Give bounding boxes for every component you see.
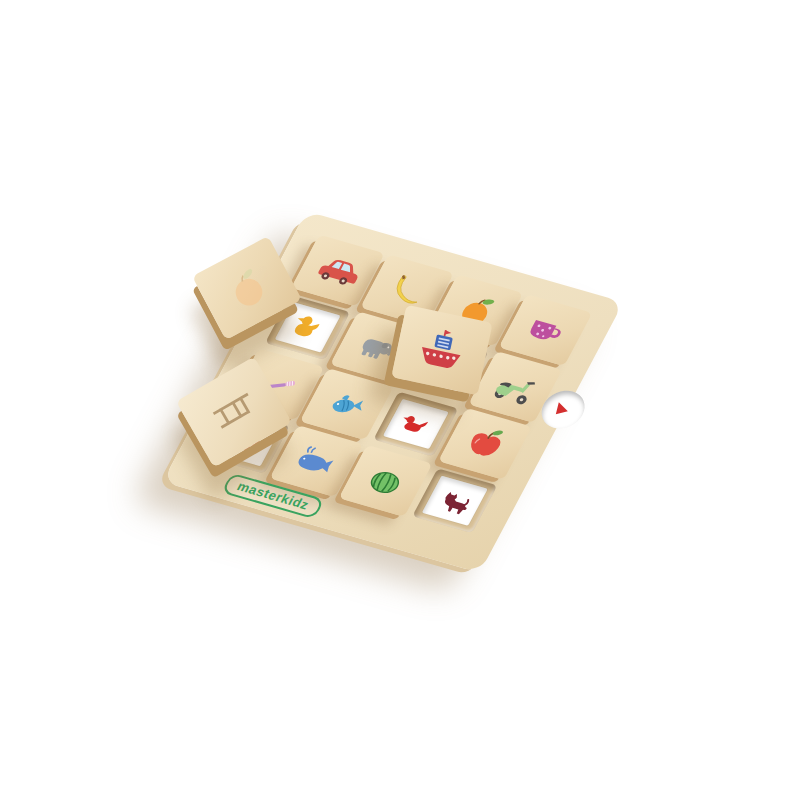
red-bird-icon — [388, 403, 444, 446]
apple-icon — [450, 417, 519, 470]
cell-r3c2 — [304, 372, 389, 437]
dog-icon — [427, 479, 483, 522]
dog-card — [422, 475, 488, 526]
car-icon — [303, 244, 372, 297]
duck-card — [274, 302, 340, 353]
scooter-icon — [481, 360, 550, 413]
duck-icon — [280, 306, 336, 349]
recess-r4c4 — [412, 468, 497, 533]
teacup-icon — [511, 304, 580, 357]
fish-icon — [312, 378, 381, 431]
watermelon-icon — [351, 454, 420, 507]
cell-r3c4 — [443, 411, 528, 476]
cell-r4c4 — [412, 468, 497, 533]
whale-icon — [282, 434, 351, 487]
red-bird-card — [383, 399, 449, 450]
product-photo-scene: masterkidz — [0, 0, 800, 800]
cell-r1c4 — [503, 298, 588, 363]
boat-icon — [404, 316, 479, 383]
cell-r4c3 — [343, 448, 428, 513]
